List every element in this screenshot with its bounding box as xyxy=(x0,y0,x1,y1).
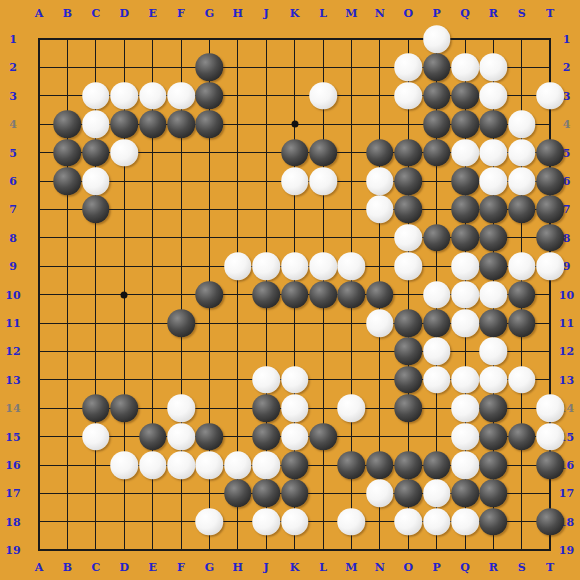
white-stone[interactable] xyxy=(167,394,195,422)
black-stone[interactable] xyxy=(281,480,309,508)
row-label-right: 4 xyxy=(563,119,571,130)
black-stone[interactable] xyxy=(338,281,366,309)
black-stone[interactable] xyxy=(536,508,564,536)
row-label-left: 8 xyxy=(9,232,17,243)
black-stone[interactable] xyxy=(394,309,422,337)
column-label-top: J xyxy=(264,8,269,19)
black-stone[interactable] xyxy=(82,139,110,167)
white-stone[interactable] xyxy=(508,110,536,138)
black-stone[interactable] xyxy=(480,196,508,224)
black-stone[interactable] xyxy=(423,139,451,167)
black-stone[interactable] xyxy=(451,110,479,138)
row-label-left: 7 xyxy=(9,204,17,215)
white-stone[interactable] xyxy=(480,338,508,366)
black-stone[interactable] xyxy=(480,451,508,479)
white-stone[interactable] xyxy=(167,451,195,479)
white-stone[interactable] xyxy=(423,281,451,309)
white-stone[interactable] xyxy=(480,366,508,394)
column-label-bottom: L xyxy=(319,561,327,572)
white-stone[interactable] xyxy=(139,82,167,110)
column-label-bottom: G xyxy=(205,561,214,572)
row-label-left: 2 xyxy=(9,62,17,73)
grid-line-horizontal xyxy=(38,549,551,551)
black-stone[interactable] xyxy=(394,366,422,394)
white-stone[interactable] xyxy=(508,366,536,394)
black-stone[interactable] xyxy=(54,139,82,167)
black-stone[interactable] xyxy=(366,281,394,309)
white-stone[interactable] xyxy=(394,82,422,110)
white-stone[interactable] xyxy=(338,508,366,536)
row-label-right: 10 xyxy=(559,289,574,300)
black-stone[interactable] xyxy=(394,167,422,195)
white-stone[interactable] xyxy=(451,451,479,479)
row-label-left: 1 xyxy=(9,34,17,45)
column-label-bottom: H xyxy=(233,561,243,572)
black-stone[interactable] xyxy=(167,309,195,337)
column-label-top: E xyxy=(148,8,156,19)
white-stone[interactable] xyxy=(451,423,479,451)
white-stone[interactable] xyxy=(82,82,110,110)
black-stone[interactable] xyxy=(54,110,82,138)
column-label-bottom: R xyxy=(489,561,498,572)
row-label-left: 15 xyxy=(5,431,20,442)
black-stone[interactable] xyxy=(82,196,110,224)
white-stone[interactable] xyxy=(451,139,479,167)
column-label-top: Q xyxy=(460,8,470,19)
white-stone[interactable] xyxy=(423,25,451,53)
white-stone[interactable] xyxy=(366,480,394,508)
black-stone[interactable] xyxy=(480,110,508,138)
column-label-top: O xyxy=(403,8,413,19)
white-stone[interactable] xyxy=(394,508,422,536)
white-stone[interactable] xyxy=(536,394,564,422)
column-label-bottom: M xyxy=(345,561,357,572)
row-label-left: 9 xyxy=(9,261,17,272)
white-stone[interactable] xyxy=(536,82,564,110)
column-label-bottom: E xyxy=(148,561,156,572)
column-label-top: L xyxy=(319,8,327,19)
white-stone[interactable] xyxy=(82,423,110,451)
black-stone[interactable] xyxy=(196,54,224,82)
white-stone[interactable] xyxy=(451,281,479,309)
column-label-bottom: S xyxy=(518,561,526,572)
black-stone[interactable] xyxy=(451,167,479,195)
column-label-top: T xyxy=(546,8,554,19)
column-label-top: S xyxy=(518,8,526,19)
black-stone[interactable] xyxy=(508,309,536,337)
column-label-top: H xyxy=(233,8,243,19)
white-stone[interactable] xyxy=(252,366,280,394)
white-stone[interactable] xyxy=(451,309,479,337)
black-stone[interactable] xyxy=(394,338,422,366)
white-stone[interactable] xyxy=(281,423,309,451)
row-label-left: 12 xyxy=(5,346,20,357)
black-stone[interactable] xyxy=(536,224,564,252)
row-label-left: 11 xyxy=(5,318,20,329)
white-stone[interactable] xyxy=(224,252,252,280)
column-label-top: A xyxy=(35,8,44,19)
row-label-left: 5 xyxy=(9,147,17,158)
row-label-left: 18 xyxy=(5,516,20,527)
black-stone[interactable] xyxy=(508,423,536,451)
white-stone[interactable] xyxy=(281,508,309,536)
white-stone[interactable] xyxy=(309,82,337,110)
white-stone[interactable] xyxy=(451,54,479,82)
go-board[interactable]: AABBCCDDEEFFGGHHJJKKLLMMNNOOPPQQRRSSTT11… xyxy=(0,0,580,580)
row-label-left: 16 xyxy=(5,460,20,471)
black-stone[interactable] xyxy=(224,480,252,508)
white-stone[interactable] xyxy=(110,82,138,110)
white-stone[interactable] xyxy=(338,252,366,280)
white-stone[interactable] xyxy=(196,451,224,479)
white-stone[interactable] xyxy=(508,252,536,280)
white-stone[interactable] xyxy=(508,139,536,167)
column-label-top: C xyxy=(91,8,100,19)
black-stone[interactable] xyxy=(451,196,479,224)
hoshi-star-point xyxy=(121,291,128,298)
white-stone[interactable] xyxy=(167,82,195,110)
column-label-bottom: O xyxy=(403,561,413,572)
white-stone[interactable] xyxy=(451,508,479,536)
black-stone[interactable] xyxy=(281,281,309,309)
white-stone[interactable] xyxy=(252,508,280,536)
black-stone[interactable] xyxy=(196,110,224,138)
row-label-left: 4 xyxy=(9,119,17,130)
black-stone[interactable] xyxy=(394,196,422,224)
white-stone[interactable] xyxy=(480,167,508,195)
black-stone[interactable] xyxy=(451,224,479,252)
black-stone[interactable] xyxy=(196,82,224,110)
white-stone[interactable] xyxy=(309,252,337,280)
black-stone[interactable] xyxy=(139,423,167,451)
white-stone[interactable] xyxy=(82,110,110,138)
hoshi-star-point xyxy=(291,121,298,128)
black-stone[interactable] xyxy=(366,139,394,167)
row-label-right: 13 xyxy=(559,374,574,385)
black-stone[interactable] xyxy=(252,423,280,451)
white-stone[interactable] xyxy=(423,508,451,536)
row-label-left: 3 xyxy=(9,90,17,101)
black-stone[interactable] xyxy=(366,451,394,479)
white-stone[interactable] xyxy=(366,196,394,224)
black-stone[interactable] xyxy=(451,480,479,508)
white-stone[interactable] xyxy=(394,252,422,280)
column-label-top: M xyxy=(345,8,357,19)
black-stone[interactable] xyxy=(480,394,508,422)
white-stone[interactable] xyxy=(82,167,110,195)
row-label-left: 17 xyxy=(5,488,20,499)
black-stone[interactable] xyxy=(394,480,422,508)
white-stone[interactable] xyxy=(281,394,309,422)
black-stone[interactable] xyxy=(536,167,564,195)
column-label-bottom: Q xyxy=(460,561,470,572)
white-stone[interactable] xyxy=(281,167,309,195)
white-stone[interactable] xyxy=(338,394,366,422)
black-stone[interactable] xyxy=(423,451,451,479)
white-stone[interactable] xyxy=(394,54,422,82)
black-stone[interactable] xyxy=(139,110,167,138)
white-stone[interactable] xyxy=(366,309,394,337)
black-stone[interactable] xyxy=(536,139,564,167)
column-label-bottom: A xyxy=(35,561,44,572)
black-stone[interactable] xyxy=(309,423,337,451)
row-label-left: 14 xyxy=(5,403,20,414)
black-stone[interactable] xyxy=(423,110,451,138)
white-stone[interactable] xyxy=(480,82,508,110)
white-stone[interactable] xyxy=(167,423,195,451)
white-stone[interactable] xyxy=(451,366,479,394)
white-stone[interactable] xyxy=(423,338,451,366)
row-label-right: 2 xyxy=(563,62,571,73)
column-label-top: K xyxy=(290,8,300,19)
white-stone[interactable] xyxy=(309,167,337,195)
column-label-bottom: F xyxy=(177,561,185,572)
white-stone[interactable] xyxy=(423,480,451,508)
white-stone[interactable] xyxy=(252,451,280,479)
white-stone[interactable] xyxy=(224,451,252,479)
column-label-top: N xyxy=(375,8,385,19)
column-label-bottom: C xyxy=(91,561,100,572)
column-label-top: G xyxy=(205,8,214,19)
column-label-bottom: P xyxy=(432,561,440,572)
column-label-top: B xyxy=(63,8,72,19)
row-label-right: 1 xyxy=(563,34,571,45)
white-stone[interactable] xyxy=(252,252,280,280)
row-label-right: 19 xyxy=(559,545,574,556)
black-stone[interactable] xyxy=(252,394,280,422)
white-stone[interactable] xyxy=(480,139,508,167)
white-stone[interactable] xyxy=(139,451,167,479)
white-stone[interactable] xyxy=(110,451,138,479)
white-stone[interactable] xyxy=(366,167,394,195)
column-label-bottom: J xyxy=(264,561,269,572)
row-label-left: 10 xyxy=(5,289,20,300)
black-stone[interactable] xyxy=(394,451,422,479)
black-stone[interactable] xyxy=(252,281,280,309)
white-stone[interactable] xyxy=(536,423,564,451)
column-label-top: R xyxy=(489,8,498,19)
black-stone[interactable] xyxy=(309,139,337,167)
white-stone[interactable] xyxy=(394,224,422,252)
white-stone[interactable] xyxy=(451,394,479,422)
black-stone[interactable] xyxy=(196,281,224,309)
black-stone[interactable] xyxy=(480,224,508,252)
row-label-left: 19 xyxy=(5,545,20,556)
black-stone[interactable] xyxy=(508,281,536,309)
black-stone[interactable] xyxy=(167,110,195,138)
white-stone[interactable] xyxy=(536,252,564,280)
black-stone[interactable] xyxy=(480,480,508,508)
black-stone[interactable] xyxy=(451,82,479,110)
white-stone[interactable] xyxy=(196,508,224,536)
column-label-top: F xyxy=(177,8,185,19)
black-stone[interactable] xyxy=(338,451,366,479)
black-stone[interactable] xyxy=(196,423,224,451)
white-stone[interactable] xyxy=(423,366,451,394)
row-label-right: 12 xyxy=(559,346,574,357)
black-stone[interactable] xyxy=(252,480,280,508)
black-stone[interactable] xyxy=(423,54,451,82)
black-stone[interactable] xyxy=(54,167,82,195)
black-stone[interactable] xyxy=(423,82,451,110)
row-label-right: 17 xyxy=(559,488,574,499)
white-stone[interactable] xyxy=(281,366,309,394)
row-label-left: 13 xyxy=(5,374,20,385)
white-stone[interactable] xyxy=(281,252,309,280)
column-label-bottom: B xyxy=(63,561,72,572)
black-stone[interactable] xyxy=(480,252,508,280)
black-stone[interactable] xyxy=(281,451,309,479)
white-stone[interactable] xyxy=(451,252,479,280)
white-stone[interactable] xyxy=(480,281,508,309)
black-stone[interactable] xyxy=(423,224,451,252)
black-stone[interactable] xyxy=(110,110,138,138)
column-label-top: D xyxy=(119,8,129,19)
black-stone[interactable] xyxy=(480,309,508,337)
black-stone[interactable] xyxy=(536,196,564,224)
black-stone[interactable] xyxy=(281,139,309,167)
black-stone[interactable] xyxy=(480,508,508,536)
row-label-left: 6 xyxy=(9,176,17,187)
column-label-bottom: D xyxy=(119,561,129,572)
black-stone[interactable] xyxy=(394,394,422,422)
black-stone[interactable] xyxy=(423,309,451,337)
black-stone[interactable] xyxy=(309,281,337,309)
black-stone[interactable] xyxy=(394,139,422,167)
column-label-bottom: K xyxy=(290,561,300,572)
row-label-right: 11 xyxy=(559,318,574,329)
black-stone[interactable] xyxy=(536,451,564,479)
white-stone[interactable] xyxy=(508,167,536,195)
grid-line-horizontal xyxy=(38,351,551,352)
black-stone[interactable] xyxy=(480,423,508,451)
column-label-bottom: T xyxy=(546,561,554,572)
column-label-top: P xyxy=(432,8,440,19)
black-stone[interactable] xyxy=(508,196,536,224)
black-stone[interactable] xyxy=(110,394,138,422)
white-stone[interactable] xyxy=(110,139,138,167)
column-label-bottom: N xyxy=(375,561,385,572)
black-stone[interactable] xyxy=(82,394,110,422)
white-stone[interactable] xyxy=(480,54,508,82)
